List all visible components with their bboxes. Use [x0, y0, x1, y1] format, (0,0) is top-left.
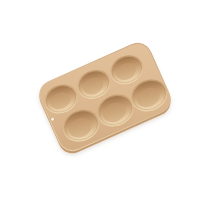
product-photo [0, 0, 200, 200]
muffin-pan [34, 39, 176, 159]
muffin-pan-illustration [0, 0, 200, 200]
